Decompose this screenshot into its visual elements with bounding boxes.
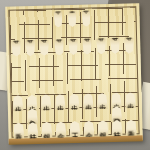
piece-black-pawn[interactable]: 歩 [97, 93, 108, 109]
piece-black-pawn[interactable]: 歩 [55, 94, 66, 110]
piece-black-gold[interactable]: 金 [83, 121, 95, 137]
shogi-board[interactable]: 金王金歩歩歩歩歩歩歩歩歩歩歩歩歩歩歩歩歩歩角飛香桂銀金玉金銀桂香 [5, 3, 143, 143]
piece-white-pawn[interactable]: 歩 [124, 37, 134, 53]
piece-black-pawn[interactable]: 歩 [69, 93, 80, 109]
piece-white-pawn[interactable]: 歩 [68, 38, 78, 54]
piece-white-gold[interactable]: 金 [53, 11, 63, 27]
piece-black-lance[interactable]: 香 [13, 122, 25, 138]
piece-white-pawn[interactable]: 歩 [96, 38, 106, 54]
piece-black-pawn[interactable]: 歩 [12, 95, 23, 111]
piece-black-pawn[interactable]: 歩 [26, 95, 37, 111]
piece-white-pawn[interactable]: 歩 [26, 40, 36, 56]
piece-black-silver[interactable]: 銀 [97, 120, 109, 136]
piece-white-pawn[interactable]: 歩 [11, 40, 21, 56]
piece-black-pawn[interactable]: 歩 [125, 92, 136, 108]
piece-white-pawn[interactable]: 歩 [82, 38, 92, 54]
piece-white-pawn[interactable]: 歩 [40, 39, 50, 55]
piece-black-pawn[interactable]: 歩 [83, 93, 94, 109]
piece-black-king[interactable]: 玉 [69, 121, 81, 137]
piece-black-lance[interactable]: 香 [125, 119, 137, 135]
piece-black-gold[interactable]: 金 [55, 121, 67, 137]
scene: 金王金歩歩歩歩歩歩歩歩歩歩歩歩歩歩歩歩歩歩角飛香桂銀金玉金銀桂香 [0, 0, 150, 150]
piece-black-pawn[interactable]: 歩 [40, 94, 51, 110]
pieces-layer: 金王金歩歩歩歩歩歩歩歩歩歩歩歩歩歩歩歩歩歩角飛香桂銀金玉金銀桂香 [5, 3, 143, 143]
piece-black-pawn[interactable]: 歩 [111, 92, 122, 108]
piece-white-pawn[interactable]: 歩 [54, 39, 64, 55]
piece-black-silver[interactable]: 銀 [41, 122, 53, 138]
piece-white-king[interactable]: 王 [67, 11, 77, 27]
piece-white-gold[interactable]: 金 [81, 11, 91, 27]
piece-white-pawn[interactable]: 歩 [110, 37, 120, 53]
